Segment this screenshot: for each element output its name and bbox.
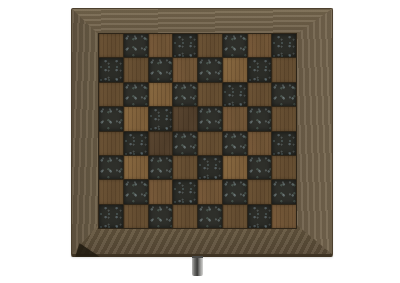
square-a2 [99,180,123,203]
square-e7 [198,58,222,81]
square-g2 [248,180,272,203]
square-f6 [223,83,247,106]
square-g1 [248,205,272,228]
board-frame-bottom [72,225,332,254]
square-h7 [272,58,296,81]
square-a3 [99,156,123,179]
square-a8 [99,34,123,57]
square-h8 [272,34,296,57]
square-e8 [198,34,222,57]
square-f3 [223,156,247,179]
square-c6 [149,83,173,106]
square-b6 [124,83,148,106]
square-g4 [248,132,272,155]
square-c3 [149,156,173,179]
square-h1 [272,205,296,228]
square-e6 [198,83,222,106]
square-a6 [99,83,123,106]
square-c1 [149,205,173,228]
square-f1 [223,205,247,228]
hinge-pin [192,256,203,276]
square-a1 [99,205,123,228]
square-h6 [272,83,296,106]
square-a4 [99,132,123,155]
square-d4 [173,132,197,155]
square-c4 [149,132,173,155]
chessboard-box [71,8,333,257]
square-b8 [124,34,148,57]
square-g8 [248,34,272,57]
square-e1 [198,205,222,228]
product-photo [0,0,400,283]
square-d3 [173,156,197,179]
square-e4 [198,132,222,155]
square-c5 [149,107,173,130]
square-g7 [248,58,272,81]
square-f2 [223,180,247,203]
square-b2 [124,180,148,203]
square-h2 [272,180,296,203]
square-e3 [198,156,222,179]
square-b3 [124,156,148,179]
square-f4 [223,132,247,155]
square-g6 [248,83,272,106]
square-f8 [223,34,247,57]
square-d2 [173,180,197,203]
square-a7 [99,58,123,81]
square-g5 [248,107,272,130]
square-f5 [223,107,247,130]
board-frame-right [297,9,332,254]
square-b7 [124,58,148,81]
board-frame-left [72,9,98,254]
square-c7 [149,58,173,81]
board-frame-top [72,9,332,34]
square-e2 [198,180,222,203]
square-b5 [124,107,148,130]
square-f7 [223,58,247,81]
square-c8 [149,34,173,57]
square-h5 [272,107,296,130]
square-b4 [124,132,148,155]
square-h3 [272,156,296,179]
chess-grid [98,33,297,229]
square-d5 [173,107,197,130]
square-g3 [248,156,272,179]
square-e5 [198,107,222,130]
square-h4 [272,132,296,155]
square-c2 [149,180,173,203]
square-d1 [173,205,197,228]
square-d6 [173,83,197,106]
square-b1 [124,205,148,228]
square-a5 [99,107,123,130]
square-d7 [173,58,197,81]
square-d8 [173,34,197,57]
